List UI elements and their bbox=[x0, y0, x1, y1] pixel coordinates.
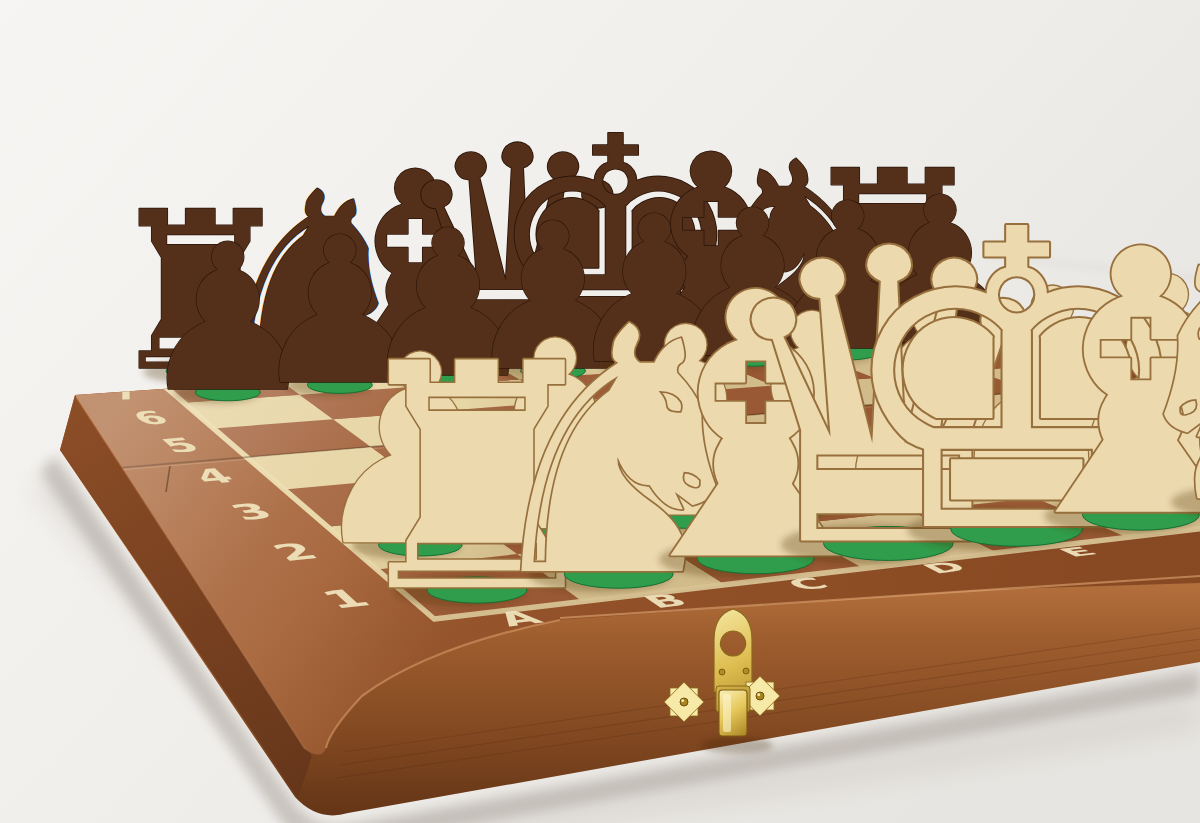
chess-set-photo: 87654321ABCDE♜♞♝♛♚♝♞♜♟♟♟♟♟♟♟♟♟♟♟♟♟♟♟♟♜♞♝… bbox=[0, 0, 1200, 823]
clasp-rivet bbox=[719, 669, 725, 675]
clasp-rivet bbox=[743, 668, 749, 674]
piece-white-knight-g1: ♞ bbox=[1109, 182, 1200, 578]
clasp-wing bbox=[664, 682, 704, 722]
board-scene-canvas: 87654321ABCDE♜♞♝♛♚♝♞♜♟♟♟♟♟♟♟♟♟♟♟♟♟♟♟♟♜♞♝… bbox=[0, 0, 1200, 823]
clasp-shadow bbox=[701, 737, 773, 753]
knight-glyph: ♞ bbox=[1109, 182, 1200, 578]
clasp-hasp-highlight bbox=[723, 694, 731, 732]
